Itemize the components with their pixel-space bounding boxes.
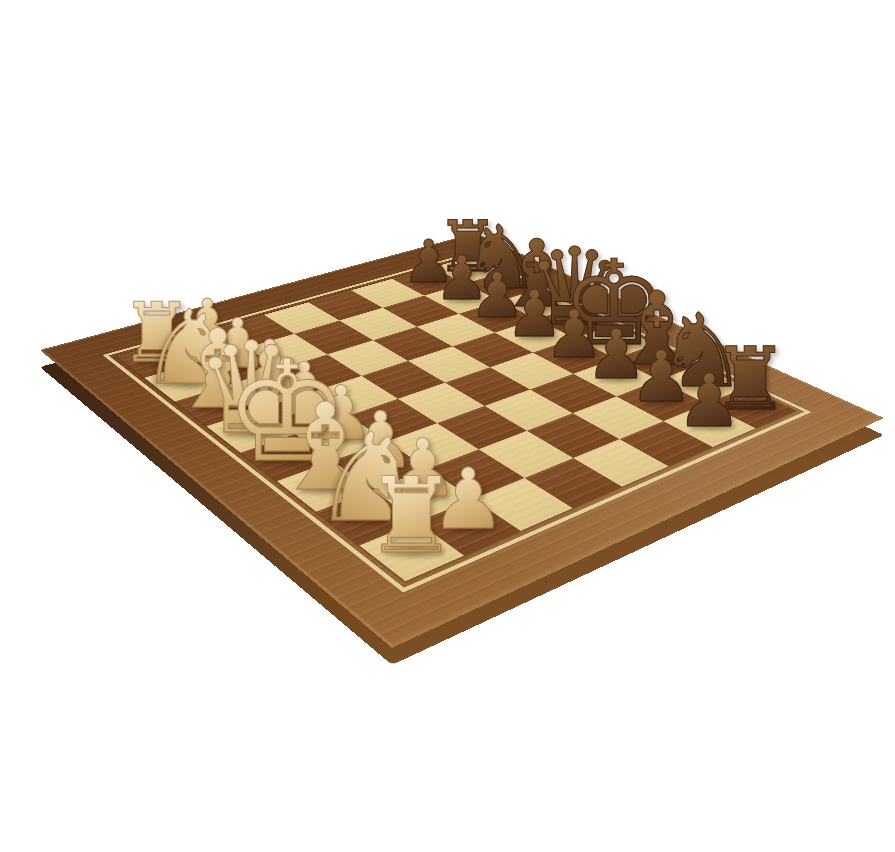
product-photo-stage: ♜♞♝♛♚♝♞♜♟♟♟♟♟♟♟♟♟♟♟♟♟♟♟♟♜♞♝♛♚♝♞♜ [0,0,895,852]
piece-white-rook-h1[interactable]: ♜ [364,464,458,569]
pieces-layer: ♜♞♝♛♚♝♞♜♟♟♟♟♟♟♟♟♟♟♟♟♟♟♟♟♜♞♝♛♚♝♞♜ [0,0,895,852]
chess-board-scene: ♜♞♝♛♚♝♞♜♟♟♟♟♟♟♟♟♟♟♟♟♟♟♟♟♜♞♝♛♚♝♞♜ [0,0,895,852]
piece-black-pawn-h7[interactable]: ♟ [676,365,741,438]
